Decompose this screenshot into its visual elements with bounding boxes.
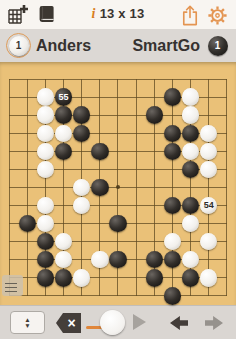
board-cell[interactable] xyxy=(163,142,181,160)
black-player-name[interactable]: SmartGo xyxy=(132,37,200,55)
white-stone: 54 xyxy=(200,197,217,214)
black-stone xyxy=(164,143,181,160)
board-cell[interactable] xyxy=(54,233,72,251)
board-cell[interactable] xyxy=(182,233,200,251)
move-number-label: 55 xyxy=(59,93,69,102)
board-cell[interactable] xyxy=(36,287,54,305)
board-cell[interactable] xyxy=(91,197,109,215)
board-cell[interactable] xyxy=(91,142,109,160)
board-cell[interactable] xyxy=(163,106,181,124)
delete-move-button[interactable]: × xyxy=(56,313,81,333)
board-cell[interactable] xyxy=(182,124,200,142)
info-icon[interactable]: i xyxy=(92,6,96,21)
board-cell[interactable] xyxy=(36,269,54,287)
board-cell[interactable] xyxy=(127,251,145,269)
white-stone xyxy=(55,251,72,268)
board-cell[interactable] xyxy=(54,287,72,305)
board-cell[interactable] xyxy=(163,178,181,196)
board-cell[interactable] xyxy=(218,88,236,106)
board-cell[interactable] xyxy=(182,88,200,106)
settings-gear-icon[interactable] xyxy=(206,4,229,27)
board-cell[interactable] xyxy=(109,197,127,215)
board-cell[interactable] xyxy=(91,215,109,233)
board-cell[interactable] xyxy=(73,251,91,269)
board-cell[interactable] xyxy=(109,70,127,88)
board-cell[interactable] xyxy=(109,269,127,287)
board-cell[interactable] xyxy=(182,197,200,215)
board-cell[interactable] xyxy=(127,233,145,251)
white-stone xyxy=(164,233,181,250)
hoshi-point xyxy=(116,185,120,189)
black-stone xyxy=(164,197,181,214)
board-cell[interactable] xyxy=(163,287,181,305)
board-cell[interactable] xyxy=(18,215,36,233)
white-stone xyxy=(200,125,217,142)
board-cell[interactable] xyxy=(36,178,54,196)
board-cell[interactable] xyxy=(218,233,236,251)
board-cell[interactable] xyxy=(145,106,163,124)
board-cell[interactable] xyxy=(127,142,145,160)
white-stone xyxy=(182,215,199,232)
play-button[interactable] xyxy=(133,314,146,330)
board-cell[interactable] xyxy=(91,88,109,106)
board-cell[interactable] xyxy=(54,251,72,269)
go-board[interactable]: 5554 xyxy=(0,62,236,305)
board-cell[interactable] xyxy=(163,70,181,88)
board-cell[interactable]: 55 xyxy=(54,88,72,106)
board-size-text: 13 x 13 xyxy=(100,6,145,21)
white-stone xyxy=(200,269,217,286)
white-stone xyxy=(37,106,54,123)
board-cell[interactable] xyxy=(0,124,18,142)
board-cell[interactable] xyxy=(182,287,200,305)
board-cell[interactable] xyxy=(36,142,54,160)
white-stone xyxy=(73,269,90,286)
delete-x-icon: × xyxy=(67,316,75,330)
board-cell[interactable] xyxy=(145,88,163,106)
black-stone xyxy=(91,179,108,196)
board-cell[interactable] xyxy=(200,287,218,305)
board-cell[interactable] xyxy=(36,70,54,88)
white-stone xyxy=(37,143,54,160)
board-cell[interactable] xyxy=(200,251,218,269)
board-cell[interactable] xyxy=(145,287,163,305)
board-cell[interactable] xyxy=(200,160,218,178)
white-player-name[interactable]: Anders xyxy=(36,37,91,55)
board-cell[interactable] xyxy=(163,160,181,178)
black-stone xyxy=(164,88,181,105)
white-stone xyxy=(73,197,90,214)
board-cell[interactable] xyxy=(54,269,72,287)
board-cell[interactable] xyxy=(73,269,91,287)
board-cell[interactable] xyxy=(18,233,36,251)
board-cell[interactable] xyxy=(109,178,127,196)
board-cell[interactable] xyxy=(182,251,200,269)
board-cell[interactable] xyxy=(36,124,54,142)
white-stone xyxy=(73,179,90,196)
black-stone xyxy=(182,269,199,286)
black-stone xyxy=(164,251,181,268)
board-cell[interactable] xyxy=(0,233,18,251)
board-cell[interactable] xyxy=(145,178,163,196)
board-cell[interactable] xyxy=(127,215,145,233)
board-cell[interactable] xyxy=(109,88,127,106)
black-player: SmartGo 1 xyxy=(132,29,230,62)
black-stone xyxy=(91,143,108,160)
board-cell[interactable] xyxy=(218,251,236,269)
board-cell[interactable] xyxy=(218,106,236,124)
board-cell[interactable] xyxy=(127,287,145,305)
board-cell[interactable] xyxy=(127,124,145,142)
black-stone xyxy=(146,251,163,268)
forward-move-button[interactable] xyxy=(205,316,223,330)
board-cell[interactable] xyxy=(218,197,236,215)
board-cell[interactable] xyxy=(91,106,109,124)
board-cell[interactable] xyxy=(0,70,18,88)
board-cell[interactable] xyxy=(145,160,163,178)
board-cell[interactable] xyxy=(73,178,91,196)
board-cell[interactable] xyxy=(91,287,109,305)
board-cell[interactable] xyxy=(36,233,54,251)
smartgo-app: i13 x 13 1 Anders SmartGo xyxy=(0,0,236,339)
board-cell[interactable] xyxy=(127,197,145,215)
board-cell[interactable] xyxy=(36,215,54,233)
board-cell[interactable] xyxy=(73,124,91,142)
black-stone xyxy=(19,215,36,232)
black-stone xyxy=(37,269,54,286)
white-stone xyxy=(55,233,72,250)
white-stone xyxy=(200,161,217,178)
black-stone xyxy=(182,125,199,142)
white-stone xyxy=(37,215,54,232)
board-cell[interactable] xyxy=(91,160,109,178)
board-cell[interactable] xyxy=(54,215,72,233)
board-cell[interactable] xyxy=(218,269,236,287)
board-cell[interactable] xyxy=(91,251,109,269)
board-cell[interactable] xyxy=(0,142,18,160)
white-player: 1 Anders xyxy=(6,29,91,62)
board-cell[interactable] xyxy=(54,197,72,215)
white-stone xyxy=(37,125,54,142)
black-stone xyxy=(55,269,72,286)
black-stone xyxy=(73,106,90,123)
board-cell[interactable] xyxy=(73,197,91,215)
board-cell[interactable] xyxy=(36,251,54,269)
black-stone xyxy=(146,106,163,123)
black-stone xyxy=(55,106,72,123)
board-cell[interactable] xyxy=(109,233,127,251)
white-stone xyxy=(182,88,199,105)
board-cell[interactable] xyxy=(182,142,200,160)
board-cell[interactable] xyxy=(54,160,72,178)
board-cell[interactable] xyxy=(182,269,200,287)
board-cell[interactable] xyxy=(127,70,145,88)
board-cell[interactable] xyxy=(0,215,18,233)
white-stone xyxy=(200,143,217,160)
black-stone xyxy=(182,197,199,214)
board-cell[interactable] xyxy=(200,88,218,106)
board-cell[interactable] xyxy=(109,287,127,305)
board-cell[interactable] xyxy=(200,215,218,233)
white-turn-ring: 1 xyxy=(6,33,31,58)
board-cell[interactable] xyxy=(200,142,218,160)
white-stone xyxy=(91,251,108,268)
board-cell[interactable] xyxy=(0,88,18,106)
black-stone xyxy=(109,215,126,232)
black-captures-badge: 1 xyxy=(208,36,228,56)
black-stone xyxy=(55,143,72,160)
white-stone xyxy=(37,88,54,105)
board-cell[interactable] xyxy=(36,160,54,178)
board-cell[interactable] xyxy=(18,197,36,215)
bottom-toolbar: ▲ ▼ × xyxy=(0,305,236,339)
white-stone xyxy=(37,161,54,178)
board-cell[interactable] xyxy=(0,178,18,196)
board-cell[interactable] xyxy=(145,197,163,215)
board-cell[interactable] xyxy=(18,142,36,160)
board-cell[interactable] xyxy=(200,269,218,287)
board-cell[interactable] xyxy=(218,178,236,196)
board-cell[interactable] xyxy=(200,178,218,196)
board-cell[interactable] xyxy=(218,70,236,88)
board-cell[interactable] xyxy=(18,70,36,88)
board-cell[interactable] xyxy=(54,106,72,124)
black-stone: 55 xyxy=(55,88,72,105)
board-cell[interactable] xyxy=(0,106,18,124)
board-cell[interactable] xyxy=(218,124,236,142)
board-cell[interactable] xyxy=(182,106,200,124)
board-cell[interactable] xyxy=(109,251,127,269)
board-cell[interactable] xyxy=(218,215,236,233)
board-cell[interactable] xyxy=(18,106,36,124)
white-stone xyxy=(182,106,199,123)
board-cell[interactable] xyxy=(200,233,218,251)
board-cell[interactable] xyxy=(127,88,145,106)
board-cell[interactable] xyxy=(218,142,236,160)
board-cell[interactable] xyxy=(73,233,91,251)
board-cell[interactable] xyxy=(218,160,236,178)
board-cell[interactable] xyxy=(145,251,163,269)
white-stone xyxy=(37,197,54,214)
board-cell[interactable] xyxy=(36,197,54,215)
top-nav-bar: i13 x 13 xyxy=(0,0,236,30)
board-cell[interactable] xyxy=(163,251,181,269)
board-cell[interactable] xyxy=(182,160,200,178)
list-lines-icon xyxy=(5,283,17,293)
board-cell[interactable] xyxy=(109,215,127,233)
board-cell[interactable] xyxy=(163,197,181,215)
board-cell[interactable] xyxy=(163,124,181,142)
black-stone xyxy=(37,251,54,268)
black-stone xyxy=(73,125,90,142)
board-cell[interactable] xyxy=(91,233,109,251)
board-cell[interactable] xyxy=(36,88,54,106)
move-list-overlay-icon[interactable] xyxy=(2,275,23,296)
board-cell[interactable] xyxy=(163,88,181,106)
board-cell[interactable] xyxy=(163,233,181,251)
board-cell[interactable] xyxy=(163,269,181,287)
player-bar: 1 Anders SmartGo 1 xyxy=(0,29,236,63)
stepper-down-icon[interactable]: ▼ xyxy=(24,323,30,329)
black-stone xyxy=(182,161,199,178)
board-cell[interactable] xyxy=(0,197,18,215)
board-cell[interactable] xyxy=(145,70,163,88)
board-cell[interactable] xyxy=(145,269,163,287)
board-cell[interactable] xyxy=(182,215,200,233)
board-cell[interactable] xyxy=(109,124,127,142)
board-cell[interactable] xyxy=(18,178,36,196)
black-stone xyxy=(37,233,54,250)
share-icon[interactable] xyxy=(179,4,201,27)
board-cell[interactable] xyxy=(73,88,91,106)
board-cell[interactable] xyxy=(73,287,91,305)
white-stone xyxy=(55,125,72,142)
board-cell[interactable] xyxy=(73,160,91,178)
board-cell[interactable] xyxy=(91,178,109,196)
board-cell[interactable]: 54 xyxy=(200,197,218,215)
board-cell[interactable] xyxy=(73,106,91,124)
board-cell[interactable] xyxy=(127,178,145,196)
board-cell[interactable] xyxy=(18,88,36,106)
white-captures-badge: 1 xyxy=(9,36,29,56)
board-cell[interactable] xyxy=(91,269,109,287)
go-board-grid: 5554 xyxy=(0,70,236,305)
board-cell[interactable] xyxy=(182,70,200,88)
back-move-button[interactable] xyxy=(170,316,188,330)
board-cell[interactable] xyxy=(145,142,163,160)
white-stone xyxy=(182,143,199,160)
board-cell[interactable] xyxy=(145,124,163,142)
black-stone xyxy=(164,287,181,304)
board-cell[interactable] xyxy=(0,160,18,178)
board-cell[interactable] xyxy=(54,70,72,88)
board-cell[interactable] xyxy=(109,160,127,178)
board-cell[interactable] xyxy=(127,269,145,287)
black-turn-ring: 1 xyxy=(205,33,230,58)
white-stone xyxy=(182,251,199,268)
black-stone xyxy=(146,269,163,286)
board-cell[interactable] xyxy=(73,142,91,160)
board-cell[interactable] xyxy=(91,124,109,142)
black-stone xyxy=(164,125,181,142)
board-cell[interactable] xyxy=(73,70,91,88)
board-cell[interactable] xyxy=(182,178,200,196)
board-cell[interactable] xyxy=(91,70,109,88)
board-cell[interactable] xyxy=(36,106,54,124)
board-cell[interactable] xyxy=(200,70,218,88)
board-cell[interactable] xyxy=(163,215,181,233)
board-cell[interactable] xyxy=(18,124,36,142)
board-cell[interactable] xyxy=(218,287,236,305)
board-cell[interactable] xyxy=(109,106,127,124)
board-cell[interactable] xyxy=(145,215,163,233)
board-cell[interactable] xyxy=(145,233,163,251)
black-stone xyxy=(109,251,126,268)
board-cell[interactable] xyxy=(18,160,36,178)
board-cell[interactable] xyxy=(200,124,218,142)
board-cell[interactable] xyxy=(127,106,145,124)
board-cell[interactable] xyxy=(73,215,91,233)
board-cell[interactable] xyxy=(200,106,218,124)
move-number-stepper[interactable]: ▲ ▼ xyxy=(10,311,45,334)
position-slider-knob[interactable] xyxy=(100,310,125,335)
board-cell[interactable] xyxy=(54,178,72,196)
board-cell[interactable] xyxy=(127,160,145,178)
board-cell[interactable] xyxy=(54,124,72,142)
move-number-label: 54 xyxy=(204,201,214,210)
board-cell[interactable] xyxy=(54,142,72,160)
board-cell[interactable] xyxy=(109,142,127,160)
board-cell[interactable] xyxy=(18,251,36,269)
board-cell[interactable] xyxy=(0,251,18,269)
white-stone xyxy=(200,233,217,250)
